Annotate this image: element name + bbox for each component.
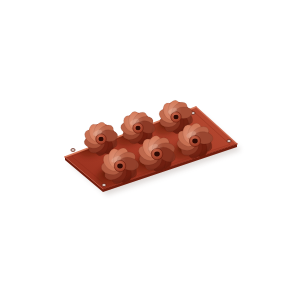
dome-center-hole bbox=[154, 152, 160, 157]
photo-canvas bbox=[0, 0, 300, 300]
dome-center-hole bbox=[98, 137, 103, 141]
corner-hole bbox=[102, 184, 106, 187]
dome-center-hole bbox=[173, 115, 178, 119]
bundt-mold-photo bbox=[0, 0, 300, 300]
dome-center-hole bbox=[192, 139, 197, 144]
corner-hole bbox=[71, 149, 75, 152]
dome-center-hole bbox=[135, 126, 140, 130]
corner-hole bbox=[227, 140, 231, 143]
dome-center-hole bbox=[117, 164, 123, 169]
